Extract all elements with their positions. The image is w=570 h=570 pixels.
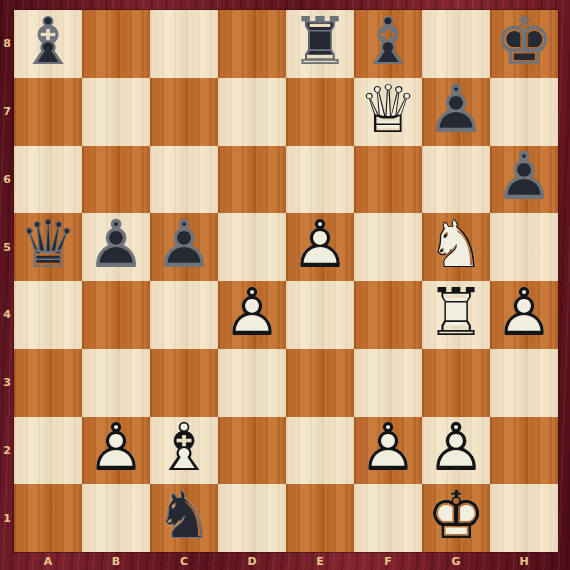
white-king-g1[interactable]: ♚♔	[422, 484, 490, 552]
file-label-e: E	[286, 552, 354, 570]
square-h2[interactable]	[490, 417, 558, 485]
square-f4[interactable]	[354, 281, 422, 349]
square-g6[interactable]	[422, 146, 490, 214]
square-h3[interactable]	[490, 349, 558, 417]
white-pawn-e5[interactable]: ♟♙	[286, 213, 354, 281]
piece-outline-glyph: ♙	[82, 211, 150, 279]
white-pawn-g2[interactable]: ♟♙	[422, 417, 490, 485]
white-knight-g5[interactable]: ♞♘	[422, 213, 490, 281]
square-a7[interactable]	[14, 78, 82, 146]
rank-label-7: 7	[0, 78, 14, 146]
piece-outline-glyph: ♗	[150, 415, 218, 483]
file-label-f: F	[354, 552, 422, 570]
file-label-b: B	[82, 552, 150, 570]
square-a5[interactable]: ♛♕	[14, 213, 82, 281]
square-b2[interactable]: ♟♙	[82, 417, 150, 485]
square-g8[interactable]	[422, 10, 490, 78]
piece-outline-glyph: ♖	[286, 8, 354, 76]
square-g5[interactable]: ♞♘	[422, 213, 490, 281]
square-b5[interactable]: ♟♙	[82, 213, 150, 281]
square-g4[interactable]: ♜♖	[422, 281, 490, 349]
square-h7[interactable]	[490, 78, 558, 146]
file-label-d: D	[218, 552, 286, 570]
square-e4[interactable]	[286, 281, 354, 349]
square-h5[interactable]	[490, 213, 558, 281]
black-queen-a5[interactable]: ♛♕	[14, 213, 82, 281]
square-a4[interactable]	[14, 281, 82, 349]
square-a1[interactable]	[14, 484, 82, 552]
square-c1[interactable]: ♞♘	[150, 484, 218, 552]
square-c2[interactable]: ♝♗	[150, 417, 218, 485]
black-pawn-g7[interactable]: ♟♙	[422, 78, 490, 146]
square-d3[interactable]	[218, 349, 286, 417]
square-d1[interactable]	[218, 484, 286, 552]
square-e2[interactable]	[286, 417, 354, 485]
piece-outline-glyph: ♗	[14, 8, 82, 76]
rank-label-5: 5	[0, 213, 14, 281]
square-c7[interactable]	[150, 78, 218, 146]
piece-outline-glyph: ♙	[82, 415, 150, 483]
piece-outline-glyph: ♘	[422, 211, 490, 279]
white-pawn-b2[interactable]: ♟♙	[82, 417, 150, 485]
square-d7[interactable]	[218, 78, 286, 146]
square-c4[interactable]	[150, 281, 218, 349]
square-e8[interactable]: ♜♖	[286, 10, 354, 78]
square-d8[interactable]	[218, 10, 286, 78]
square-b3[interactable]	[82, 349, 150, 417]
square-f3[interactable]	[354, 349, 422, 417]
square-c3[interactable]	[150, 349, 218, 417]
square-c5[interactable]: ♟♙	[150, 213, 218, 281]
chess-board: ♝♗♜♖♝♗♚♔♛♕♟♙♟♙♛♕♟♙♟♙♟♙♞♘♟♙♜♖♟♙♟♙♝♗♟♙♟♙♞♘…	[14, 10, 558, 552]
piece-outline-glyph: ♙	[422, 415, 490, 483]
white-rook-g4[interactable]: ♜♖	[422, 281, 490, 349]
piece-outline-glyph: ♙	[490, 144, 558, 212]
square-c8[interactable]	[150, 10, 218, 78]
square-h8[interactable]: ♚♔	[490, 10, 558, 78]
piece-outline-glyph: ♙	[150, 211, 218, 279]
piece-outline-glyph: ♗	[354, 8, 422, 76]
square-f1[interactable]	[354, 484, 422, 552]
piece-outline-glyph: ♔	[490, 8, 558, 76]
black-rook-e8[interactable]: ♜♖	[286, 10, 354, 78]
black-pawn-h6[interactable]: ♟♙	[490, 146, 558, 214]
file-labels: ABCDEFGH	[14, 552, 558, 570]
piece-outline-glyph: ♙	[490, 279, 558, 347]
piece-outline-glyph: ♔	[422, 482, 490, 550]
white-pawn-d4[interactable]: ♟♙	[218, 281, 286, 349]
file-label-g: G	[422, 552, 490, 570]
rank-label-6: 6	[0, 146, 14, 214]
square-b8[interactable]	[82, 10, 150, 78]
square-b6[interactable]	[82, 146, 150, 214]
piece-outline-glyph: ♙	[286, 211, 354, 279]
rank-label-1: 1	[0, 484, 14, 552]
chess-board-window: ♝♗♜♖♝♗♚♔♛♕♟♙♟♙♛♕♟♙♟♙♟♙♞♘♟♙♜♖♟♙♟♙♝♗♟♙♟♙♞♘…	[0, 0, 570, 570]
square-c6[interactable]	[150, 146, 218, 214]
square-d2[interactable]	[218, 417, 286, 485]
square-d6[interactable]	[218, 146, 286, 214]
square-f2[interactable]: ♟♙	[354, 417, 422, 485]
square-d4[interactable]: ♟♙	[218, 281, 286, 349]
square-h6[interactable]: ♟♙	[490, 146, 558, 214]
piece-outline-glyph: ♘	[150, 482, 218, 550]
square-g2[interactable]: ♟♙	[422, 417, 490, 485]
square-a6[interactable]	[14, 146, 82, 214]
file-label-h: H	[490, 552, 558, 570]
square-e6[interactable]	[286, 146, 354, 214]
rank-label-3: 3	[0, 349, 14, 417]
black-king-h8[interactable]: ♚♔	[490, 10, 558, 78]
square-e1[interactable]	[286, 484, 354, 552]
piece-outline-glyph: ♙	[422, 76, 490, 144]
piece-outline-glyph: ♙	[218, 279, 286, 347]
rank-label-2: 2	[0, 417, 14, 485]
white-pawn-h4[interactable]: ♟♙	[490, 281, 558, 349]
piece-outline-glyph: ♙	[354, 415, 422, 483]
square-f7[interactable]: ♛♕	[354, 78, 422, 146]
white-pawn-f2[interactable]: ♟♙	[354, 417, 422, 485]
square-g1[interactable]: ♚♔	[422, 484, 490, 552]
white-bishop-c2[interactable]: ♝♗	[150, 417, 218, 485]
square-e5[interactable]: ♟♙	[286, 213, 354, 281]
file-label-c: C	[150, 552, 218, 570]
piece-outline-glyph: ♕	[354, 76, 422, 144]
square-h1[interactable]	[490, 484, 558, 552]
square-h4[interactable]: ♟♙	[490, 281, 558, 349]
square-f8[interactable]: ♝♗	[354, 10, 422, 78]
square-b4[interactable]	[82, 281, 150, 349]
square-g3[interactable]	[422, 349, 490, 417]
file-label-a: A	[14, 552, 82, 570]
square-a3[interactable]	[14, 349, 82, 417]
black-knight-c1[interactable]: ♞♘	[150, 484, 218, 552]
square-g7[interactable]: ♟♙	[422, 78, 490, 146]
square-b1[interactable]	[82, 484, 150, 552]
piece-outline-glyph: ♕	[14, 211, 82, 279]
black-bishop-f8[interactable]: ♝♗	[354, 10, 422, 78]
square-e3[interactable]	[286, 349, 354, 417]
black-bishop-a8[interactable]: ♝♗	[14, 10, 82, 78]
square-b7[interactable]	[82, 78, 150, 146]
square-a2[interactable]	[14, 417, 82, 485]
square-e7[interactable]	[286, 78, 354, 146]
black-pawn-c5[interactable]: ♟♙	[150, 213, 218, 281]
square-d5[interactable]	[218, 213, 286, 281]
rank-label-8: 8	[0, 10, 14, 78]
white-queen-f7[interactable]: ♛♕	[354, 78, 422, 146]
square-a8[interactable]: ♝♗	[14, 10, 82, 78]
piece-outline-glyph: ♖	[422, 279, 490, 347]
black-pawn-b5[interactable]: ♟♙	[82, 213, 150, 281]
square-f6[interactable]	[354, 146, 422, 214]
square-f5[interactable]	[354, 213, 422, 281]
rank-label-4: 4	[0, 281, 14, 349]
